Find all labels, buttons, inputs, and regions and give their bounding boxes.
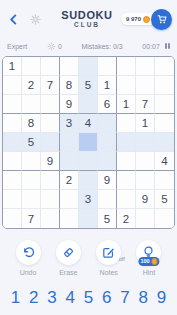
cell-r3c5[interactable] — [79, 95, 98, 114]
cell-r7c6[interactable]: 9 — [98, 171, 117, 190]
cell-r5c1[interactable] — [3, 133, 22, 152]
cell-r2c7[interactable] — [117, 76, 136, 95]
cell-r2c6[interactable]: 1 — [98, 76, 117, 95]
cell-r5c2[interactable]: 5 — [22, 133, 41, 152]
numpad-6[interactable]: 6 — [99, 289, 114, 306]
cell-r3c4[interactable]: 9 — [60, 95, 79, 114]
numpad-5[interactable]: 5 — [81, 289, 96, 306]
cell-r6c3[interactable]: 9 — [41, 152, 60, 171]
cell-r1c3[interactable] — [41, 57, 60, 76]
cell-r7c4[interactable]: 2 — [60, 171, 79, 190]
cell-r8c5[interactable]: 3 — [79, 190, 98, 209]
cell-r5c6[interactable] — [98, 133, 117, 152]
cell-r2c5[interactable]: 5 — [79, 76, 98, 95]
cell-r3c9[interactable] — [155, 95, 174, 114]
cell-r6c4[interactable] — [60, 152, 79, 171]
cell-r7c7[interactable] — [117, 171, 136, 190]
cell-r4c5[interactable]: 4 — [79, 114, 98, 133]
pause-button[interactable] — [165, 43, 170, 49]
cell-r6c6[interactable] — [98, 152, 117, 171]
cell-r8c9[interactable]: 5 — [155, 190, 174, 209]
cell-r5c3[interactable] — [41, 133, 60, 152]
undo-icon — [21, 245, 36, 260]
cell-r7c9[interactable] — [155, 171, 174, 190]
cell-r8c1[interactable] — [3, 190, 22, 209]
numpad-2[interactable]: 2 — [26, 289, 41, 306]
notes-button[interactable]: off Notes — [92, 240, 126, 276]
cell-r4c1[interactable] — [3, 114, 22, 133]
notes-label: Notes — [100, 269, 118, 276]
cell-r6c1[interactable] — [3, 152, 22, 171]
cell-r8c7[interactable] — [117, 190, 136, 209]
hint-label: Hint — [143, 269, 155, 276]
cell-r3c7[interactable]: 1 — [117, 95, 136, 114]
title-sub: CLUB — [54, 22, 120, 29]
cell-r6c9[interactable]: 4 — [155, 152, 174, 171]
cell-r4c7[interactable] — [117, 114, 136, 133]
cell-r5c8[interactable] — [136, 133, 155, 152]
notes-state-badge: off — [119, 256, 125, 262]
cell-r3c8[interactable]: 7 — [136, 95, 155, 114]
sudoku-board: 1278519617834159429395752 — [2, 56, 175, 229]
cell-r6c5[interactable] — [79, 152, 98, 171]
cell-r4c2[interactable]: 8 — [22, 114, 41, 133]
cell-r6c7[interactable] — [117, 152, 136, 171]
cell-r3c6[interactable]: 6 — [98, 95, 117, 114]
cell-r2c9[interactable] — [155, 76, 174, 95]
cell-r7c2[interactable] — [22, 171, 41, 190]
coin-icon — [143, 16, 150, 23]
coin-balance-value: 9 970 — [126, 16, 141, 22]
cell-r9c4[interactable] — [60, 209, 79, 228]
undo-button[interactable]: Undo — [11, 240, 45, 276]
timer-value: 00:07 — [142, 43, 160, 50]
gear-icon — [29, 13, 42, 26]
cell-r1c6[interactable] — [98, 57, 117, 76]
header: SUDOKU CLUB 9 970 — [0, 0, 177, 34]
cell-r1c9[interactable] — [155, 57, 174, 76]
cell-r9c3[interactable] — [41, 209, 60, 228]
cell-r5c4[interactable] — [60, 133, 79, 152]
cell-r8c4[interactable] — [60, 190, 79, 209]
cell-r8c3[interactable] — [41, 190, 60, 209]
hint-button[interactable]: 100 Hint — [132, 240, 166, 276]
cell-r8c6[interactable] — [98, 190, 117, 209]
cell-r7c1[interactable] — [3, 171, 22, 190]
back-chevron-icon — [8, 14, 19, 25]
cell-r9c2[interactable]: 7 — [22, 209, 41, 228]
cell-r2c4[interactable]: 8 — [60, 76, 79, 95]
cell-r4c9[interactable] — [155, 114, 174, 133]
settings-button[interactable] — [29, 13, 42, 26]
undo-label: Undo — [20, 269, 37, 276]
cell-r9c7[interactable]: 2 — [117, 209, 136, 228]
status-bar: Expert 0 Mistakes: 0/3 00:07 — [0, 39, 177, 53]
cell-r4c6[interactable] — [98, 114, 117, 133]
cell-r8c2[interactable] — [22, 190, 41, 209]
cell-r2c2[interactable]: 2 — [22, 76, 41, 95]
cell-r1c2[interactable] — [22, 57, 41, 76]
numpad-4[interactable]: 4 — [63, 289, 78, 306]
cart-icon — [156, 13, 168, 25]
cell-r4c3[interactable] — [41, 114, 60, 133]
numpad-9[interactable]: 9 — [154, 289, 169, 306]
numpad-3[interactable]: 3 — [45, 289, 60, 306]
hint-cost-value: 100 — [140, 258, 149, 264]
numpad-1[interactable]: 1 — [8, 289, 23, 306]
cell-r5c9[interactable] — [155, 133, 174, 152]
cell-r8c8[interactable]: 9 — [136, 190, 155, 209]
hint-cost-badge: 100 — [138, 257, 159, 266]
cell-r7c5[interactable] — [79, 171, 98, 190]
cell-r4c4[interactable]: 3 — [60, 114, 79, 133]
cell-r7c3[interactable] — [41, 171, 60, 190]
cell-r5c7[interactable] — [117, 133, 136, 152]
cell-r3c2[interactable] — [22, 95, 41, 114]
notes-pencil-icon — [101, 245, 116, 260]
cell-r9c8[interactable] — [136, 209, 155, 228]
toolbar: Undo Erase off Notes — [0, 229, 177, 276]
cell-r7c8[interactable] — [136, 171, 155, 190]
cell-r2c3[interactable]: 7 — [41, 76, 60, 95]
hint-coin-icon — [151, 258, 158, 265]
numpad-7[interactable]: 7 — [118, 289, 133, 306]
score-value: 0 — [58, 43, 62, 50]
cell-r9c5[interactable] — [79, 209, 98, 228]
cell-r6c8[interactable] — [136, 152, 155, 171]
cell-r6c2[interactable] — [22, 152, 41, 171]
erase-label: Erase — [59, 269, 77, 276]
cell-r5c5[interactable] — [79, 133, 98, 152]
cell-r9c6[interactable]: 5 — [98, 209, 117, 228]
eraser-icon — [61, 245, 76, 260]
cell-r3c3[interactable] — [41, 95, 60, 114]
cell-r9c1[interactable] — [3, 209, 22, 228]
number-pad: 123456789 — [0, 276, 177, 306]
score-group: 0 — [47, 42, 62, 51]
cell-r1c5[interactable] — [79, 57, 98, 76]
erase-button[interactable]: Erase — [51, 240, 85, 276]
timer-group: 00:07 — [142, 43, 170, 50]
mistakes-label: Mistakes: 0/3 — [81, 43, 122, 50]
score-gear-icon — [47, 42, 56, 51]
title-main: SUDOKU — [54, 10, 120, 21]
cell-r1c4[interactable] — [60, 57, 79, 76]
cell-r1c7[interactable] — [117, 57, 136, 76]
cell-r4c8[interactable]: 1 — [136, 114, 155, 133]
cell-r1c8[interactable] — [136, 57, 155, 76]
shop-button[interactable] — [151, 9, 172, 30]
app-title: SUDOKU CLUB — [54, 10, 120, 29]
cell-r2c8[interactable] — [136, 76, 155, 95]
difficulty-label: Expert — [7, 43, 27, 50]
cell-r1c1[interactable]: 1 — [3, 57, 22, 76]
back-button[interactable] — [8, 14, 19, 25]
cell-r2c1[interactable] — [3, 76, 22, 95]
cell-r3c1[interactable] — [3, 95, 22, 114]
numpad-8[interactable]: 8 — [136, 289, 151, 306]
cell-r9c9[interactable] — [155, 209, 174, 228]
